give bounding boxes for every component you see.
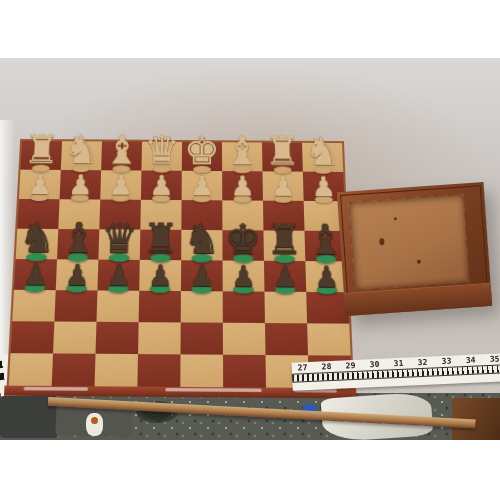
square-c7 bbox=[96, 322, 139, 354]
pawn-glyph: ♟ bbox=[64, 260, 90, 289]
pawn-glyph: ♟ bbox=[272, 262, 298, 291]
king-glyph: ♚ bbox=[224, 218, 261, 260]
ruler-number-27: 27 bbox=[298, 363, 308, 372]
rook-glyph: ♜ bbox=[23, 129, 61, 169]
square-e7 bbox=[180, 322, 222, 354]
cream-king-e1: ♚ bbox=[184, 130, 220, 170]
cream-knight-h1: ♞ bbox=[304, 131, 341, 171]
bishop-glyph: ♝ bbox=[103, 130, 140, 170]
ruler-number-31: 31 bbox=[394, 359, 404, 368]
pawn-glyph: ♟ bbox=[27, 171, 53, 198]
knight-glyph: ♞ bbox=[18, 216, 57, 258]
ruler-number-30: 30 bbox=[370, 360, 380, 369]
cream-bishop-c1: ♝ bbox=[103, 130, 140, 170]
brown-knight-e4: ♞ bbox=[183, 218, 220, 260]
pawn-glyph: ♟ bbox=[189, 261, 214, 290]
knight-glyph: ♞ bbox=[183, 218, 220, 260]
pawn-glyph: ♟ bbox=[106, 261, 132, 290]
brown-pawn-a5: ♟ bbox=[22, 260, 49, 289]
bishop-glyph: ♝ bbox=[59, 217, 97, 259]
pawn-glyph: ♟ bbox=[231, 262, 256, 291]
cream-rook-g1: ♜ bbox=[264, 131, 301, 171]
ruler-number-35: 35 bbox=[490, 354, 500, 363]
cream-pawn-e2: ♟ bbox=[190, 172, 215, 199]
small-white-object bbox=[86, 413, 103, 436]
pawn-glyph: ♟ bbox=[314, 262, 340, 291]
rook-glyph: ♜ bbox=[265, 218, 303, 260]
cream-pawn-h2: ♟ bbox=[311, 173, 336, 200]
cream-pawn-g2: ♟ bbox=[270, 172, 295, 199]
square-b8 bbox=[52, 353, 96, 386]
brown-rook-g4: ♜ bbox=[265, 218, 303, 260]
cream-knight-b1: ♞ bbox=[63, 129, 100, 169]
square-e6 bbox=[181, 291, 223, 323]
ruler-number-34: 34 bbox=[466, 356, 476, 365]
brown-queen-c4: ♛ bbox=[101, 217, 139, 259]
square-e8 bbox=[180, 354, 223, 387]
brown-pawn-d5: ♟ bbox=[147, 261, 173, 290]
chessboard: ♜♞♝♛♚♝♜♞♟♟♟♟♟♟♟♟♞♝♛♜♞♚♜♝♟♟♟♟♟♟♟♟ bbox=[8, 141, 352, 397]
pawn-glyph: ♟ bbox=[68, 171, 94, 198]
pawn-glyph: ♟ bbox=[230, 172, 255, 199]
wood-knot bbox=[417, 260, 421, 264]
cream-pawn-a2: ♟ bbox=[27, 171, 53, 198]
cream-pawn-f2: ♟ bbox=[230, 172, 255, 199]
brown-rook-d4: ♜ bbox=[142, 217, 179, 259]
ruler-number-32: 32 bbox=[418, 358, 428, 367]
cream-queen-d1: ♛ bbox=[144, 130, 180, 170]
cream-pawn-d2: ♟ bbox=[149, 172, 174, 199]
pawn-glyph: ♟ bbox=[147, 261, 173, 290]
wooden-storage-box bbox=[337, 182, 492, 316]
square-f7 bbox=[223, 323, 266, 355]
bishop-glyph: ♝ bbox=[224, 131, 260, 171]
pawn-glyph: ♟ bbox=[190, 172, 215, 199]
pawn-glyph: ♟ bbox=[22, 260, 49, 289]
cream-pawn-c2: ♟ bbox=[108, 171, 133, 198]
orange-mark bbox=[91, 417, 98, 424]
brown-pawn-h5: ♟ bbox=[314, 262, 340, 291]
square-a7 bbox=[11, 321, 55, 353]
square-c6 bbox=[96, 290, 139, 322]
cream-bishop-f1: ♝ bbox=[224, 131, 260, 171]
rook-glyph: ♜ bbox=[142, 217, 179, 259]
ruler-number-29: 29 bbox=[346, 361, 356, 370]
brown-bishop-b4: ♝ bbox=[59, 217, 97, 259]
square-d6 bbox=[139, 291, 181, 323]
wood-knot bbox=[394, 217, 397, 220]
ruler-number-28: 28 bbox=[322, 362, 332, 371]
square-h7 bbox=[307, 323, 350, 355]
chessboard-grid bbox=[9, 141, 352, 388]
square-f8 bbox=[223, 355, 266, 388]
square-d7 bbox=[138, 322, 181, 354]
pawn-glyph: ♟ bbox=[311, 173, 336, 200]
cream-rook-a1: ♜ bbox=[23, 129, 61, 169]
brown-pawn-b5: ♟ bbox=[64, 260, 90, 289]
square-g6 bbox=[264, 292, 307, 324]
brown-king-f4: ♚ bbox=[224, 218, 261, 260]
wood-knot bbox=[379, 238, 384, 245]
brown-pawn-e5: ♟ bbox=[189, 261, 214, 290]
king-glyph: ♚ bbox=[184, 130, 220, 170]
queen-glyph: ♛ bbox=[144, 130, 180, 170]
cream-pawn-b2: ♟ bbox=[68, 171, 94, 198]
box-interior bbox=[349, 194, 470, 290]
letterbox-top bbox=[0, 0, 500, 58]
rook-glyph: ♜ bbox=[264, 131, 301, 171]
queen-glyph: ♛ bbox=[101, 217, 139, 259]
brown-pawn-c5: ♟ bbox=[106, 261, 132, 290]
knight-glyph: ♞ bbox=[304, 131, 341, 171]
pawn-glyph: ♟ bbox=[108, 171, 133, 198]
square-g7 bbox=[265, 323, 308, 355]
square-h6 bbox=[306, 292, 349, 324]
brown-pawn-f5: ♟ bbox=[231, 262, 256, 291]
square-b6 bbox=[54, 290, 97, 322]
photo-stage: ♜♞♝♛♚♝♜♞♟♟♟♟♟♟♟♟♞♝♛♜♞♚♜♝♟♟♟♟♟♟♟♟ 2728293… bbox=[0, 0, 500, 500]
brown-pawn-g5: ♟ bbox=[272, 262, 298, 291]
pawn-glyph: ♟ bbox=[270, 172, 295, 199]
square-c8 bbox=[95, 354, 138, 387]
square-d8 bbox=[137, 354, 180, 387]
gloss-highlight bbox=[24, 387, 88, 391]
ruler-number-33: 33 bbox=[442, 357, 452, 366]
square-a6 bbox=[12, 290, 55, 322]
letterbox-bottom bbox=[0, 440, 500, 500]
square-f6 bbox=[223, 291, 265, 323]
gloss-highlight bbox=[165, 388, 262, 392]
square-a8 bbox=[9, 353, 53, 386]
pawn-glyph: ♟ bbox=[149, 172, 174, 199]
square-b7 bbox=[53, 322, 96, 354]
knight-glyph: ♞ bbox=[63, 129, 100, 169]
brown-knight-a4: ♞ bbox=[18, 216, 57, 258]
